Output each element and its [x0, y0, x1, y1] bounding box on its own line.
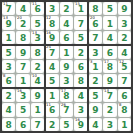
cage-sum-label: 12	[119, 60, 124, 64]
digit: 9	[107, 77, 113, 86]
digit: 7	[6, 5, 12, 14]
cell-r6c4[interactable]: 5	[45, 74, 58, 87]
cell-r8c2[interactable]: 5	[16, 103, 29, 116]
digit: 9	[34, 92, 40, 101]
digit: 5	[49, 77, 55, 86]
cell-r9c4[interactable]: 2	[45, 118, 58, 131]
digit: 5	[78, 34, 84, 43]
digit: 5	[6, 49, 12, 58]
digit: 8	[121, 106, 127, 115]
cell-r7c6[interactable]: 4	[74, 89, 87, 102]
digit: 3	[107, 121, 113, 130]
digit: 4	[20, 5, 26, 14]
cage-sum-label: 13	[3, 16, 8, 20]
cell-r2c4[interactable]: 128	[45, 16, 58, 29]
digit: 1	[92, 63, 98, 72]
cell-r1c6[interactable]: 151	[74, 2, 87, 15]
digit: 2	[63, 5, 69, 14]
digit: 2	[78, 49, 84, 58]
cell-r6c2[interactable]: 1	[16, 74, 29, 87]
cell-r1c3[interactable]: 116	[31, 2, 44, 15]
cell-r5c6[interactable]: 6	[74, 60, 87, 73]
digit: 8	[63, 92, 69, 101]
digit: 6	[121, 92, 127, 101]
cage-sum-label: 16	[46, 31, 51, 35]
cage-sum-label: 11	[32, 2, 37, 6]
digit: 4	[107, 34, 113, 43]
cell-r2c8[interactable]: 1	[103, 16, 116, 29]
cell-r9c2[interactable]: 6	[16, 118, 29, 131]
cell-r9c1[interactable]: 8	[2, 118, 15, 131]
digit: 4	[49, 63, 55, 72]
digit: 7	[34, 121, 40, 130]
cell-r8c9[interactable]: 88	[118, 103, 131, 116]
cell-r7c5[interactable]: 178	[60, 89, 73, 102]
cage-sum-label: 8	[3, 74, 5, 78]
cage-sum-label: 13	[104, 89, 109, 93]
digit: 2	[6, 92, 12, 101]
digit: 1	[107, 20, 113, 29]
cell-r3c6[interactable]: 5	[74, 31, 87, 44]
cell-r1c5[interactable]: 2	[60, 2, 73, 15]
cell-r2c9[interactable]: 3	[118, 16, 131, 29]
digit: 1	[63, 49, 69, 58]
digit: 6	[20, 121, 26, 130]
sudoku-board: 1174116321518591392025128472061318133169…	[0, 0, 133, 133]
cell-r2c1[interactable]: 139	[2, 16, 15, 29]
cage-sum-label: 16	[17, 89, 22, 93]
cell-r8c6[interactable]: 3	[74, 103, 87, 116]
cell-r4c1[interactable]: 5	[2, 45, 15, 58]
digit: 7	[121, 77, 127, 86]
digit: 7	[20, 63, 26, 72]
digit: 9	[49, 34, 55, 43]
digit: 4	[92, 121, 98, 130]
digit: 3	[121, 20, 127, 29]
cell-r5c2[interactable]: 7	[16, 60, 29, 73]
digit: 2	[34, 63, 40, 72]
digit: 9	[20, 49, 26, 58]
cell-r1c1[interactable]: 117	[2, 2, 15, 15]
cell-r7c2[interactable]: 163	[16, 89, 29, 102]
digit: 6	[63, 34, 69, 43]
digit: 3	[6, 63, 12, 72]
digit: 6	[34, 5, 40, 14]
digit: 3	[49, 5, 55, 14]
cell-r2c6[interactable]: 7	[74, 16, 87, 29]
cell-r4c8[interactable]: 6	[103, 45, 116, 58]
cell-r4c6[interactable]: 2	[74, 45, 87, 58]
digit: 9	[78, 121, 84, 130]
cell-r7c3[interactable]: 9	[31, 89, 44, 102]
cell-r1c4[interactable]: 3	[45, 2, 58, 15]
cell-r3c1[interactable]: 1	[2, 31, 15, 44]
cell-r1c9[interactable]: 9	[118, 2, 131, 15]
cell-r5c7[interactable]: 31	[89, 60, 102, 73]
cell-r6c8[interactable]: 9	[103, 74, 116, 87]
digit: 2	[107, 106, 113, 115]
cage-sum-label: 11	[3, 2, 8, 6]
digit: 4	[6, 106, 12, 115]
cell-r8c7[interactable]: 9	[89, 103, 102, 116]
cell-r5c8[interactable]: 178	[103, 60, 116, 73]
digit: 6	[78, 63, 84, 72]
cell-r2c5[interactable]: 4	[60, 16, 73, 29]
digit: 5	[92, 92, 98, 101]
digit: 1	[121, 121, 127, 130]
digit: 7	[63, 106, 69, 115]
cell-r6c1[interactable]: 86	[2, 74, 15, 87]
cell-r5c9[interactable]: 125	[118, 60, 131, 73]
digit: 5	[34, 20, 40, 29]
digit: 1	[49, 92, 55, 101]
cell-r9c3[interactable]: 7	[31, 118, 44, 131]
cage-sum-label: 3	[90, 60, 92, 64]
cell-r5c3[interactable]: 2	[31, 60, 44, 73]
digit: 8	[78, 77, 84, 86]
cell-r8c4[interactable]: 116	[45, 103, 58, 116]
cell-r1c2[interactable]: 4	[16, 2, 29, 15]
digit: 8	[20, 34, 26, 43]
cell-r4c4[interactable]: 247	[45, 45, 58, 58]
digit: 6	[107, 49, 113, 58]
digit: 3	[63, 77, 69, 86]
digit: 9	[121, 5, 127, 14]
cell-r5c4[interactable]: 4	[45, 60, 58, 73]
cell-r6c5[interactable]: 3	[60, 74, 73, 87]
digit: 4	[121, 49, 127, 58]
cell-r5c5[interactable]: 9	[60, 60, 73, 73]
digit: 7	[78, 20, 84, 29]
digit: 8	[49, 20, 55, 29]
digit: 1	[78, 5, 84, 14]
digit: 3	[20, 92, 26, 101]
digit: 3	[78, 106, 84, 115]
cage-sum-label: 20	[17, 16, 22, 20]
digit: 4	[63, 20, 69, 29]
cell-r6c7[interactable]: 2	[89, 74, 102, 87]
cell-r9c7[interactable]: 4	[89, 118, 102, 131]
cell-r7c1[interactable]: 2	[2, 89, 15, 102]
cell-r7c8[interactable]: 137	[103, 89, 116, 102]
cell-r8c1[interactable]: 4	[2, 103, 15, 116]
digit: 8	[107, 63, 113, 72]
digit: 1	[34, 106, 40, 115]
cell-r4c2[interactable]: 9	[16, 45, 29, 58]
digit: 5	[107, 5, 113, 14]
cage-sum-label: 16	[75, 118, 80, 122]
cell-r7c7[interactable]: 5	[89, 89, 102, 102]
digit: 3	[34, 34, 40, 43]
cell-r3c2[interactable]: 8	[16, 31, 29, 44]
cell-r3c9[interactable]: 2	[118, 31, 131, 44]
digit: 9	[63, 63, 69, 72]
cell-r4c9[interactable]: 4	[118, 45, 131, 58]
digit: 7	[49, 49, 55, 58]
digit: 7	[92, 34, 98, 43]
cell-r2c2[interactable]: 202	[16, 16, 29, 29]
cell-r7c4[interactable]: 1	[45, 89, 58, 102]
digit: 3	[92, 49, 98, 58]
digit: 4	[78, 92, 84, 101]
cell-r9c9[interactable]: 1	[118, 118, 131, 131]
cell-r9c5[interactable]: 5	[60, 118, 73, 131]
cell-r3c7[interactable]: 7	[89, 31, 102, 44]
cage-sum-label: 26	[61, 103, 66, 107]
cell-r2c7[interactable]: 206	[89, 16, 102, 29]
cage-sum-label: 13	[32, 31, 37, 35]
cell-r4c7[interactable]: 3	[89, 45, 102, 58]
digit: 2	[49, 121, 55, 130]
cell-r8c5[interactable]: 267	[60, 103, 73, 116]
cage-sum-label: 8	[119, 103, 121, 107]
cage-sum-label: 15	[75, 2, 80, 6]
cell-r7c9[interactable]: 6	[118, 89, 131, 102]
digit: 2	[20, 20, 26, 29]
digit: 9	[6, 20, 12, 29]
digit: 8	[34, 49, 40, 58]
digit: 7	[107, 92, 113, 101]
digit: 6	[6, 77, 12, 86]
cage-sum-label: 17	[61, 89, 66, 93]
cell-r5c1[interactable]: 3	[2, 60, 15, 73]
digit: 1	[20, 77, 26, 86]
cell-r3c4[interactable]: 169	[45, 31, 58, 44]
digit: 5	[20, 106, 26, 115]
cell-r9c6[interactable]: 169	[74, 118, 87, 131]
cell-r1c8[interactable]: 5	[103, 2, 116, 15]
cell-r8c8[interactable]: 2	[103, 103, 116, 116]
digit: 2	[92, 77, 98, 86]
cell-r3c3[interactable]: 133	[31, 31, 44, 44]
cell-r2c3[interactable]: 5	[31, 16, 44, 29]
cell-r3c5[interactable]: 6	[60, 31, 73, 44]
cell-r4c5[interactable]: 1	[60, 45, 73, 58]
cell-r6c6[interactable]: 8	[74, 74, 87, 87]
digit: 8	[6, 121, 12, 130]
cell-r1c7[interactable]: 8	[89, 2, 102, 15]
cell-r9c8[interactable]: 3	[103, 118, 116, 131]
digit: 1	[6, 34, 12, 43]
digit: 8	[92, 5, 98, 14]
cell-r6c3[interactable]: 104	[31, 74, 44, 87]
digit: 9	[92, 106, 98, 115]
cell-r4c3[interactable]: 8	[31, 45, 44, 58]
cell-r6c9[interactable]: 7	[118, 74, 131, 87]
digit: 4	[34, 77, 40, 86]
digit: 6	[92, 20, 98, 29]
cell-r8c3[interactable]: 1	[31, 103, 44, 116]
cage-sum-label: 17	[104, 60, 109, 64]
digit: 5	[121, 63, 127, 72]
cage-sum-label: 10	[32, 74, 37, 78]
cage-sum-label: 11	[46, 103, 51, 107]
cage-sum-label: 20	[90, 16, 95, 20]
digit: 6	[49, 106, 55, 115]
cage-sum-label: 24	[46, 45, 51, 49]
digit: 2	[121, 34, 127, 43]
cell-r3c8[interactable]: 4	[103, 31, 116, 44]
digit: 5	[63, 121, 69, 130]
cage-sum-label: 12	[46, 16, 51, 20]
